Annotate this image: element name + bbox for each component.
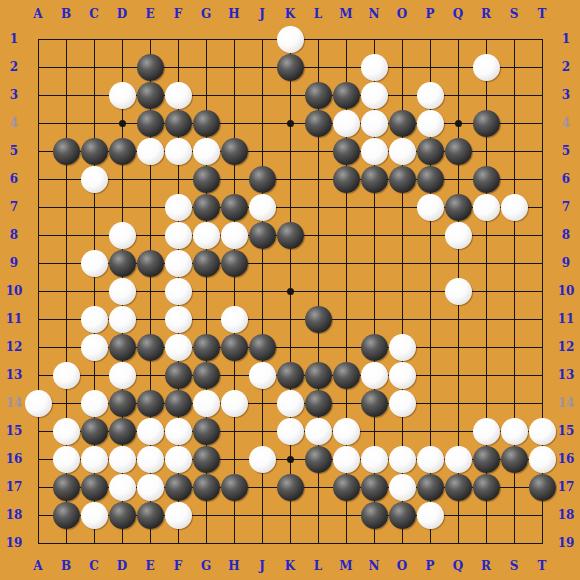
intersection[interactable] (192, 249, 220, 277)
intersection[interactable] (304, 389, 332, 417)
intersection[interactable] (136, 333, 164, 361)
intersection[interactable] (388, 221, 416, 249)
intersection[interactable] (500, 165, 528, 193)
intersection[interactable] (388, 361, 416, 389)
intersection[interactable] (304, 333, 332, 361)
intersection[interactable] (164, 473, 192, 501)
intersection[interactable] (24, 389, 52, 417)
intersection[interactable] (332, 417, 360, 445)
intersection[interactable] (248, 445, 276, 473)
intersection[interactable] (444, 445, 472, 473)
intersection[interactable] (164, 137, 192, 165)
intersection[interactable] (164, 165, 192, 193)
intersection[interactable] (80, 501, 108, 529)
intersection[interactable] (528, 333, 556, 361)
intersection[interactable] (276, 25, 304, 53)
intersection[interactable] (136, 165, 164, 193)
intersection[interactable] (388, 249, 416, 277)
intersection[interactable] (528, 249, 556, 277)
intersection[interactable] (220, 417, 248, 445)
intersection[interactable] (52, 529, 80, 557)
intersection[interactable] (220, 193, 248, 221)
intersection[interactable] (360, 361, 388, 389)
intersection[interactable] (24, 473, 52, 501)
intersection[interactable] (248, 165, 276, 193)
intersection[interactable] (276, 165, 304, 193)
intersection[interactable] (24, 445, 52, 473)
intersection[interactable] (332, 137, 360, 165)
intersection[interactable] (80, 249, 108, 277)
intersection[interactable] (52, 361, 80, 389)
intersection[interactable] (388, 445, 416, 473)
intersection[interactable] (500, 445, 528, 473)
intersection[interactable] (444, 389, 472, 417)
intersection[interactable] (164, 81, 192, 109)
intersection[interactable] (192, 25, 220, 53)
intersection[interactable] (528, 81, 556, 109)
intersection[interactable] (136, 81, 164, 109)
intersection[interactable] (416, 389, 444, 417)
intersection[interactable] (360, 529, 388, 557)
intersection[interactable] (192, 165, 220, 193)
intersection[interactable] (192, 529, 220, 557)
intersection[interactable] (444, 361, 472, 389)
intersection[interactable] (472, 109, 500, 137)
intersection[interactable] (528, 221, 556, 249)
intersection[interactable] (500, 193, 528, 221)
intersection[interactable] (276, 109, 304, 137)
intersection[interactable] (192, 109, 220, 137)
intersection[interactable] (248, 221, 276, 249)
intersection[interactable] (24, 193, 52, 221)
intersection[interactable] (360, 193, 388, 221)
intersection[interactable] (52, 501, 80, 529)
intersection[interactable] (192, 193, 220, 221)
intersection[interactable] (164, 361, 192, 389)
intersection[interactable] (248, 277, 276, 305)
intersection[interactable] (472, 137, 500, 165)
intersection[interactable] (80, 277, 108, 305)
intersection[interactable] (276, 53, 304, 81)
intersection[interactable] (248, 361, 276, 389)
intersection[interactable] (220, 445, 248, 473)
intersection[interactable] (304, 277, 332, 305)
intersection[interactable] (416, 445, 444, 473)
intersection[interactable] (192, 389, 220, 417)
intersection[interactable] (500, 389, 528, 417)
intersection[interactable] (332, 529, 360, 557)
intersection[interactable] (136, 529, 164, 557)
intersection[interactable] (416, 221, 444, 249)
intersection[interactable] (192, 81, 220, 109)
intersection[interactable] (388, 473, 416, 501)
intersection[interactable] (332, 25, 360, 53)
intersection[interactable] (248, 109, 276, 137)
intersection[interactable] (416, 165, 444, 193)
intersection[interactable] (24, 137, 52, 165)
intersection[interactable] (444, 221, 472, 249)
intersection[interactable] (500, 81, 528, 109)
intersection[interactable] (164, 389, 192, 417)
intersection[interactable] (24, 81, 52, 109)
intersection[interactable] (500, 305, 528, 333)
intersection[interactable] (80, 473, 108, 501)
intersection[interactable] (360, 249, 388, 277)
intersection[interactable] (472, 501, 500, 529)
intersection[interactable] (500, 249, 528, 277)
intersection[interactable] (248, 529, 276, 557)
intersection[interactable] (388, 165, 416, 193)
intersection[interactable] (332, 53, 360, 81)
intersection[interactable] (164, 277, 192, 305)
intersection[interactable] (416, 193, 444, 221)
go-board-grid[interactable] (24, 25, 556, 557)
intersection[interactable] (24, 529, 52, 557)
intersection[interactable] (528, 473, 556, 501)
intersection[interactable] (80, 137, 108, 165)
intersection[interactable] (192, 277, 220, 305)
intersection[interactable] (52, 53, 80, 81)
intersection[interactable] (360, 53, 388, 81)
intersection[interactable] (80, 389, 108, 417)
intersection[interactable] (528, 137, 556, 165)
intersection[interactable] (276, 333, 304, 361)
intersection[interactable] (80, 53, 108, 81)
intersection[interactable] (136, 53, 164, 81)
intersection[interactable] (304, 473, 332, 501)
intersection[interactable] (164, 221, 192, 249)
intersection[interactable] (360, 109, 388, 137)
intersection[interactable] (528, 193, 556, 221)
intersection[interactable] (220, 165, 248, 193)
intersection[interactable] (444, 53, 472, 81)
intersection[interactable] (500, 221, 528, 249)
intersection[interactable] (472, 333, 500, 361)
intersection[interactable] (360, 165, 388, 193)
intersection[interactable] (80, 333, 108, 361)
intersection[interactable] (108, 109, 136, 137)
intersection[interactable] (276, 417, 304, 445)
intersection[interactable] (220, 25, 248, 53)
intersection[interactable] (220, 473, 248, 501)
intersection[interactable] (248, 53, 276, 81)
intersection[interactable] (220, 81, 248, 109)
intersection[interactable] (108, 249, 136, 277)
intersection[interactable] (136, 249, 164, 277)
intersection[interactable] (276, 445, 304, 473)
intersection[interactable] (360, 221, 388, 249)
intersection[interactable] (52, 109, 80, 137)
intersection[interactable] (248, 25, 276, 53)
intersection[interactable] (136, 305, 164, 333)
intersection[interactable] (528, 529, 556, 557)
intersection[interactable] (416, 501, 444, 529)
intersection[interactable] (220, 53, 248, 81)
intersection[interactable] (276, 249, 304, 277)
intersection[interactable] (444, 137, 472, 165)
intersection[interactable] (24, 501, 52, 529)
intersection[interactable] (388, 333, 416, 361)
intersection[interactable] (108, 389, 136, 417)
intersection[interactable] (472, 81, 500, 109)
intersection[interactable] (528, 389, 556, 417)
intersection[interactable] (80, 81, 108, 109)
intersection[interactable] (332, 109, 360, 137)
intersection[interactable] (108, 361, 136, 389)
intersection[interactable] (444, 81, 472, 109)
intersection[interactable] (360, 277, 388, 305)
intersection[interactable] (248, 305, 276, 333)
intersection[interactable] (136, 277, 164, 305)
intersection[interactable] (192, 361, 220, 389)
intersection[interactable] (164, 333, 192, 361)
intersection[interactable] (276, 81, 304, 109)
intersection[interactable] (248, 501, 276, 529)
intersection[interactable] (332, 305, 360, 333)
intersection[interactable] (304, 305, 332, 333)
intersection[interactable] (332, 277, 360, 305)
intersection[interactable] (472, 277, 500, 305)
intersection[interactable] (304, 529, 332, 557)
intersection[interactable] (220, 333, 248, 361)
intersection[interactable] (24, 249, 52, 277)
intersection[interactable] (108, 501, 136, 529)
intersection[interactable] (24, 333, 52, 361)
intersection[interactable] (136, 473, 164, 501)
intersection[interactable] (108, 81, 136, 109)
intersection[interactable] (276, 361, 304, 389)
intersection[interactable] (472, 529, 500, 557)
intersection[interactable] (304, 361, 332, 389)
intersection[interactable] (52, 305, 80, 333)
intersection[interactable] (332, 333, 360, 361)
intersection[interactable] (80, 529, 108, 557)
intersection[interactable] (332, 389, 360, 417)
intersection[interactable] (360, 417, 388, 445)
intersection[interactable] (108, 473, 136, 501)
intersection[interactable] (500, 333, 528, 361)
intersection[interactable] (416, 529, 444, 557)
intersection[interactable] (80, 109, 108, 137)
intersection[interactable] (276, 473, 304, 501)
intersection[interactable] (276, 389, 304, 417)
intersection[interactable] (80, 417, 108, 445)
intersection[interactable] (52, 25, 80, 53)
intersection[interactable] (248, 473, 276, 501)
intersection[interactable] (388, 193, 416, 221)
intersection[interactable] (444, 165, 472, 193)
intersection[interactable] (136, 417, 164, 445)
intersection[interactable] (472, 473, 500, 501)
intersection[interactable] (500, 361, 528, 389)
intersection[interactable] (528, 361, 556, 389)
intersection[interactable] (360, 501, 388, 529)
intersection[interactable] (304, 221, 332, 249)
intersection[interactable] (136, 193, 164, 221)
intersection[interactable] (472, 53, 500, 81)
intersection[interactable] (528, 417, 556, 445)
intersection[interactable] (500, 53, 528, 81)
intersection[interactable] (276, 529, 304, 557)
intersection[interactable] (276, 221, 304, 249)
intersection[interactable] (444, 333, 472, 361)
intersection[interactable] (500, 277, 528, 305)
intersection[interactable] (332, 473, 360, 501)
intersection[interactable] (276, 305, 304, 333)
intersection[interactable] (108, 277, 136, 305)
intersection[interactable] (136, 445, 164, 473)
intersection[interactable] (444, 417, 472, 445)
intersection[interactable] (332, 501, 360, 529)
intersection[interactable] (52, 81, 80, 109)
intersection[interactable] (360, 473, 388, 501)
intersection[interactable] (80, 305, 108, 333)
intersection[interactable] (52, 137, 80, 165)
intersection[interactable] (248, 249, 276, 277)
intersection[interactable] (248, 417, 276, 445)
intersection[interactable] (192, 445, 220, 473)
intersection[interactable] (52, 417, 80, 445)
intersection[interactable] (416, 305, 444, 333)
intersection[interactable] (388, 137, 416, 165)
intersection[interactable] (220, 361, 248, 389)
intersection[interactable] (304, 109, 332, 137)
intersection[interactable] (52, 333, 80, 361)
intersection[interactable] (164, 109, 192, 137)
intersection[interactable] (304, 25, 332, 53)
intersection[interactable] (500, 137, 528, 165)
intersection[interactable] (136, 361, 164, 389)
intersection[interactable] (500, 109, 528, 137)
intersection[interactable] (24, 417, 52, 445)
intersection[interactable] (388, 417, 416, 445)
intersection[interactable] (304, 249, 332, 277)
intersection[interactable] (80, 193, 108, 221)
intersection[interactable] (360, 333, 388, 361)
intersection[interactable] (416, 361, 444, 389)
intersection[interactable] (416, 53, 444, 81)
intersection[interactable] (52, 473, 80, 501)
intersection[interactable] (136, 109, 164, 137)
intersection[interactable] (248, 333, 276, 361)
intersection[interactable] (52, 193, 80, 221)
intersection[interactable] (24, 277, 52, 305)
intersection[interactable] (276, 193, 304, 221)
intersection[interactable] (472, 25, 500, 53)
intersection[interactable] (108, 333, 136, 361)
intersection[interactable] (248, 389, 276, 417)
intersection[interactable] (164, 305, 192, 333)
intersection[interactable] (136, 25, 164, 53)
intersection[interactable] (192, 501, 220, 529)
intersection[interactable] (500, 529, 528, 557)
intersection[interactable] (388, 277, 416, 305)
intersection[interactable] (444, 249, 472, 277)
intersection[interactable] (24, 53, 52, 81)
intersection[interactable] (108, 25, 136, 53)
intersection[interactable] (528, 25, 556, 53)
intersection[interactable] (164, 417, 192, 445)
intersection[interactable] (304, 137, 332, 165)
intersection[interactable] (304, 165, 332, 193)
intersection[interactable] (472, 417, 500, 445)
intersection[interactable] (388, 529, 416, 557)
intersection[interactable] (528, 53, 556, 81)
intersection[interactable] (164, 25, 192, 53)
intersection[interactable] (528, 109, 556, 137)
intersection[interactable] (416, 249, 444, 277)
intersection[interactable] (444, 277, 472, 305)
intersection[interactable] (24, 221, 52, 249)
intersection[interactable] (472, 445, 500, 473)
intersection[interactable] (416, 137, 444, 165)
intersection[interactable] (500, 417, 528, 445)
intersection[interactable] (136, 389, 164, 417)
intersection[interactable] (528, 277, 556, 305)
intersection[interactable] (304, 53, 332, 81)
intersection[interactable] (444, 25, 472, 53)
intersection[interactable] (360, 81, 388, 109)
intersection[interactable] (192, 417, 220, 445)
intersection[interactable] (332, 193, 360, 221)
intersection[interactable] (108, 193, 136, 221)
intersection[interactable] (164, 501, 192, 529)
intersection[interactable] (52, 389, 80, 417)
intersection[interactable] (220, 389, 248, 417)
intersection[interactable] (220, 249, 248, 277)
intersection[interactable] (220, 529, 248, 557)
intersection[interactable] (164, 529, 192, 557)
intersection[interactable] (472, 165, 500, 193)
intersection[interactable] (360, 137, 388, 165)
intersection[interactable] (248, 81, 276, 109)
intersection[interactable] (80, 361, 108, 389)
intersection[interactable] (388, 81, 416, 109)
intersection[interactable] (108, 53, 136, 81)
intersection[interactable] (192, 221, 220, 249)
intersection[interactable] (24, 25, 52, 53)
intersection[interactable] (80, 221, 108, 249)
intersection[interactable] (24, 165, 52, 193)
intersection[interactable] (360, 25, 388, 53)
intersection[interactable] (304, 501, 332, 529)
intersection[interactable] (360, 389, 388, 417)
intersection[interactable] (360, 305, 388, 333)
intersection[interactable] (108, 445, 136, 473)
intersection[interactable] (24, 109, 52, 137)
intersection[interactable] (444, 193, 472, 221)
intersection[interactable] (108, 529, 136, 557)
intersection[interactable] (52, 445, 80, 473)
intersection[interactable] (220, 137, 248, 165)
intersection[interactable] (248, 137, 276, 165)
intersection[interactable] (80, 445, 108, 473)
intersection[interactable] (444, 473, 472, 501)
intersection[interactable] (444, 529, 472, 557)
intersection[interactable] (276, 137, 304, 165)
intersection[interactable] (24, 361, 52, 389)
intersection[interactable] (444, 305, 472, 333)
intersection[interactable] (220, 277, 248, 305)
intersection[interactable] (500, 473, 528, 501)
intersection[interactable] (416, 25, 444, 53)
intersection[interactable] (108, 137, 136, 165)
intersection[interactable] (304, 81, 332, 109)
intersection[interactable] (500, 501, 528, 529)
intersection[interactable] (388, 25, 416, 53)
intersection[interactable] (164, 249, 192, 277)
intersection[interactable] (528, 305, 556, 333)
